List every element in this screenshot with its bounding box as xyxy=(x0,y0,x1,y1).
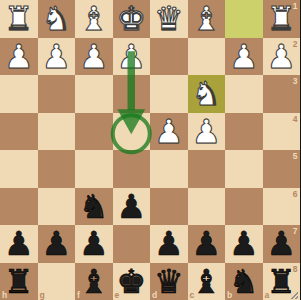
square-b3[interactable] xyxy=(225,75,263,113)
black-pawn-a7[interactable]: ♟ xyxy=(266,225,296,263)
square-e1[interactable]: ♚ xyxy=(113,0,151,38)
white-pawn-g2[interactable]: ♟ xyxy=(41,38,71,76)
square-b1[interactable] xyxy=(225,0,263,38)
white-pawn-a2[interactable]: ♟ xyxy=(266,38,296,76)
square-g4[interactable] xyxy=(38,113,76,151)
square-a7[interactable]: ♟7 xyxy=(263,225,301,263)
coord-file-g: g xyxy=(40,290,45,300)
black-rook-a8[interactable]: ♜ xyxy=(266,263,296,300)
coord-rank-1: 1 xyxy=(293,1,298,11)
square-f3[interactable] xyxy=(75,75,113,113)
square-g1[interactable]: ♞ xyxy=(38,0,76,38)
square-h4[interactable] xyxy=(0,113,38,151)
black-pawn-c7[interactable]: ♟ xyxy=(191,225,221,263)
square-d5[interactable] xyxy=(150,150,188,188)
coord-rank-5: 5 xyxy=(293,151,298,161)
square-c4[interactable]: ♟ xyxy=(188,113,226,151)
square-f4[interactable] xyxy=(75,113,113,151)
square-e8[interactable]: ♚e xyxy=(113,263,151,300)
square-c7[interactable]: ♟ xyxy=(188,225,226,263)
black-pawn-h7[interactable]: ♟ xyxy=(4,225,34,263)
square-h7[interactable]: ♟ xyxy=(0,225,38,263)
square-g8[interactable]: g xyxy=(38,263,76,300)
square-c5[interactable] xyxy=(188,150,226,188)
black-pawn-g7[interactable]: ♟ xyxy=(41,225,71,263)
square-b2[interactable]: ♟ xyxy=(225,38,263,76)
coord-file-d: d xyxy=(152,290,157,300)
square-h6[interactable] xyxy=(0,188,38,226)
square-b5[interactable] xyxy=(225,150,263,188)
square-h5[interactable] xyxy=(0,150,38,188)
white-rook-h1[interactable]: ♜ xyxy=(4,0,34,38)
square-g6[interactable] xyxy=(38,188,76,226)
black-knight-b8[interactable]: ♞ xyxy=(229,263,259,300)
black-king-e8[interactable]: ♚ xyxy=(116,263,146,300)
square-b6[interactable] xyxy=(225,188,263,226)
chess-board[interactable]: ♜♞♝♚♛♝♜1♟♟♟♟♟♟2♞3♟♟45♞♟6♟♟♟♟♟♟♟7♜hg♝f♚e♛… xyxy=(0,0,300,300)
square-d1[interactable]: ♛ xyxy=(150,0,188,38)
white-knight-c3[interactable]: ♞ xyxy=(191,75,221,113)
square-f6[interactable]: ♞ xyxy=(75,188,113,226)
white-pawn-c4[interactable]: ♟ xyxy=(191,113,221,151)
square-g2[interactable]: ♟ xyxy=(38,38,76,76)
white-pawn-e2[interactable]: ♟ xyxy=(116,38,146,76)
square-d7[interactable]: ♟ xyxy=(150,225,188,263)
square-c1[interactable]: ♝ xyxy=(188,0,226,38)
square-b4[interactable] xyxy=(225,113,263,151)
coord-file-f: f xyxy=(77,290,80,300)
square-g5[interactable] xyxy=(38,150,76,188)
coord-file-b: b xyxy=(227,290,232,300)
white-bishop-f1[interactable]: ♝ xyxy=(79,0,109,38)
square-a3[interactable]: 3 xyxy=(263,75,301,113)
white-knight-g1[interactable]: ♞ xyxy=(41,0,71,38)
square-f2[interactable]: ♟ xyxy=(75,38,113,76)
square-g3[interactable] xyxy=(38,75,76,113)
square-g7[interactable]: ♟ xyxy=(38,225,76,263)
square-h2[interactable]: ♟ xyxy=(0,38,38,76)
white-bishop-c1[interactable]: ♝ xyxy=(191,0,221,38)
square-c2[interactable] xyxy=(188,38,226,76)
square-e4[interactable] xyxy=(113,113,151,151)
square-e3[interactable] xyxy=(113,75,151,113)
square-e6[interactable]: ♟ xyxy=(113,188,151,226)
coord-rank-8: 8 xyxy=(293,264,298,274)
white-pawn-h2[interactable]: ♟ xyxy=(4,38,34,76)
white-pawn-d4[interactable]: ♟ xyxy=(154,113,184,151)
square-c6[interactable] xyxy=(188,188,226,226)
square-a4[interactable]: 4 xyxy=(263,113,301,151)
coord-rank-3: 3 xyxy=(293,76,298,86)
white-queen-d1[interactable]: ♛ xyxy=(154,0,184,38)
square-h3[interactable] xyxy=(0,75,38,113)
black-pawn-e6[interactable]: ♟ xyxy=(116,188,146,226)
square-f1[interactable]: ♝ xyxy=(75,0,113,38)
white-pawn-b2[interactable]: ♟ xyxy=(229,38,259,76)
square-d4[interactable]: ♟ xyxy=(150,113,188,151)
square-d6[interactable] xyxy=(150,188,188,226)
black-bishop-f8[interactable]: ♝ xyxy=(79,263,109,300)
coord-file-e: e xyxy=(115,290,120,300)
chessboard-screenshot: ♜♞♝♚♛♝♜1♟♟♟♟♟♟2♞3♟♟45♞♟6♟♟♟♟♟♟♟7♜hg♝f♚e♛… xyxy=(0,0,300,300)
coord-file-a: a xyxy=(265,290,270,300)
square-d3[interactable] xyxy=(150,75,188,113)
square-a5[interactable]: 5 xyxy=(263,150,301,188)
square-a2[interactable]: ♟2 xyxy=(263,38,301,76)
square-d8[interactable]: ♛d xyxy=(150,263,188,300)
coord-rank-4: 4 xyxy=(293,114,298,124)
square-f5[interactable] xyxy=(75,150,113,188)
square-b8[interactable]: ♞b xyxy=(225,263,263,300)
square-a1[interactable]: ♜1 xyxy=(263,0,301,38)
square-a6[interactable]: 6 xyxy=(263,188,301,226)
square-e7[interactable] xyxy=(113,225,151,263)
square-b7[interactable]: ♟ xyxy=(225,225,263,263)
square-f8[interactable]: ♝f xyxy=(75,263,113,300)
white-rook-a1[interactable]: ♜ xyxy=(266,0,296,38)
black-queen-d8[interactable]: ♛ xyxy=(154,263,184,300)
square-e5[interactable] xyxy=(113,150,151,188)
coord-file-h: h xyxy=(2,290,7,300)
black-knight-f6[interactable]: ♞ xyxy=(79,188,109,226)
white-pawn-f2[interactable]: ♟ xyxy=(79,38,109,76)
square-h8[interactable]: ♜h xyxy=(0,263,38,300)
square-c8[interactable]: ♝c xyxy=(188,263,226,300)
black-pawn-b7[interactable]: ♟ xyxy=(229,225,259,263)
black-rook-h8[interactable]: ♜ xyxy=(4,263,34,300)
square-c3[interactable]: ♞ xyxy=(188,75,226,113)
coord-rank-2: 2 xyxy=(293,39,298,49)
coord-rank-6: 6 xyxy=(293,189,298,199)
black-pawn-f7[interactable]: ♟ xyxy=(79,225,109,263)
square-f7[interactable]: ♟ xyxy=(75,225,113,263)
black-bishop-c8[interactable]: ♝ xyxy=(191,263,221,300)
square-e2[interactable]: ♟ xyxy=(113,38,151,76)
white-king-e1[interactable]: ♚ xyxy=(116,0,146,38)
square-h1[interactable]: ♜ xyxy=(0,0,38,38)
coord-rank-7: 7 xyxy=(293,226,298,236)
square-d2[interactable] xyxy=(150,38,188,76)
black-pawn-d7[interactable]: ♟ xyxy=(154,225,184,263)
coord-file-c: c xyxy=(190,290,195,300)
